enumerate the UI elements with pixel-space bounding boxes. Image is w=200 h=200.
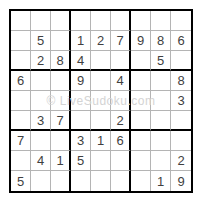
- sudoku-grid: 512798628456948337273164152519: [11, 11, 191, 191]
- sudoku-cell-r8c9[interactable]: 2: [171, 151, 191, 171]
- sudoku-cell-r7c3[interactable]: [51, 131, 71, 151]
- sudoku-cell-r2c1[interactable]: [11, 31, 31, 51]
- sudoku-cell-r1c9[interactable]: [171, 11, 191, 31]
- sudoku-cell-r3c3[interactable]: 8: [51, 51, 71, 71]
- sudoku-cell-r7c6[interactable]: 6: [111, 131, 131, 151]
- sudoku-cell-r8c8[interactable]: [151, 151, 171, 171]
- sudoku-cell-r8c7[interactable]: [131, 151, 151, 171]
- sudoku-cell-r6c4[interactable]: [71, 111, 91, 131]
- sudoku-cell-r8c2[interactable]: 4: [31, 151, 51, 171]
- sudoku-cell-r6c3[interactable]: 7: [51, 111, 71, 131]
- sudoku-cell-r6c8[interactable]: [151, 111, 171, 131]
- sudoku-cell-r2c6[interactable]: 7: [111, 31, 131, 51]
- sudoku-cell-r6c7[interactable]: [131, 111, 151, 131]
- sudoku-cell-r3c2[interactable]: 2: [31, 51, 51, 71]
- sudoku-cell-r8c1[interactable]: [11, 151, 31, 171]
- sudoku-cell-r2c5[interactable]: 2: [91, 31, 111, 51]
- sudoku-cell-r7c9[interactable]: [171, 131, 191, 151]
- sudoku-cell-r7c2[interactable]: [31, 131, 51, 151]
- sudoku-cell-r9c1[interactable]: 5: [11, 171, 31, 191]
- sudoku-cell-r2c4[interactable]: 1: [71, 31, 91, 51]
- sudoku-cell-r9c5[interactable]: [91, 171, 111, 191]
- sudoku-cell-r1c7[interactable]: [131, 11, 151, 31]
- sudoku-cell-r9c7[interactable]: [131, 171, 151, 191]
- sudoku-cell-r9c3[interactable]: [51, 171, 71, 191]
- sudoku-cell-r2c7[interactable]: 9: [131, 31, 151, 51]
- sudoku-cell-r9c6[interactable]: [111, 171, 131, 191]
- sudoku-cell-r6c9[interactable]: [171, 111, 191, 131]
- sudoku-cell-r8c6[interactable]: [111, 151, 131, 171]
- sudoku-cell-r5c5[interactable]: [91, 91, 111, 111]
- sudoku-cell-r8c3[interactable]: 1: [51, 151, 71, 171]
- sudoku-cell-r4c3[interactable]: [51, 71, 71, 91]
- sudoku-cell-r5c7[interactable]: [131, 91, 151, 111]
- sudoku-cell-r5c9[interactable]: 3: [171, 91, 191, 111]
- sudoku-cell-r3c6[interactable]: [111, 51, 131, 71]
- sudoku-cell-r8c5[interactable]: [91, 151, 111, 171]
- sudoku-cell-r3c8[interactable]: 5: [151, 51, 171, 71]
- sudoku-cell-r6c2[interactable]: 3: [31, 111, 51, 131]
- sudoku-cell-r1c6[interactable]: [111, 11, 131, 31]
- sudoku-cell-r3c9[interactable]: [171, 51, 191, 71]
- sudoku-cell-r5c4[interactable]: [71, 91, 91, 111]
- sudoku-cell-r4c5[interactable]: [91, 71, 111, 91]
- sudoku-board: 512798628456948337273164152519 © LiveSud…: [9, 9, 193, 193]
- sudoku-cell-r1c3[interactable]: [51, 11, 71, 31]
- sudoku-cell-r4c7[interactable]: [131, 71, 151, 91]
- sudoku-cell-r4c4[interactable]: 9: [71, 71, 91, 91]
- sudoku-cell-r3c4[interactable]: 4: [71, 51, 91, 71]
- sudoku-cell-r7c1[interactable]: 7: [11, 131, 31, 151]
- sudoku-cell-r2c3[interactable]: [51, 31, 71, 51]
- sudoku-cell-r5c2[interactable]: [31, 91, 51, 111]
- sudoku-cell-r5c8[interactable]: [151, 91, 171, 111]
- sudoku-cell-r1c4[interactable]: [71, 11, 91, 31]
- sudoku-cell-r1c8[interactable]: [151, 11, 171, 31]
- sudoku-cell-r4c1[interactable]: 6: [11, 71, 31, 91]
- sudoku-cell-r2c2[interactable]: 5: [31, 31, 51, 51]
- sudoku-cell-r6c5[interactable]: [91, 111, 111, 131]
- sudoku-cell-r4c6[interactable]: 4: [111, 71, 131, 91]
- sudoku-cell-r2c9[interactable]: 6: [171, 31, 191, 51]
- sudoku-cell-r6c6[interactable]: 2: [111, 111, 131, 131]
- sudoku-cell-r3c7[interactable]: [131, 51, 151, 71]
- sudoku-cell-r9c9[interactable]: 9: [171, 171, 191, 191]
- sudoku-cell-r4c9[interactable]: 8: [171, 71, 191, 91]
- sudoku-cell-r7c7[interactable]: [131, 131, 151, 151]
- sudoku-cell-r7c5[interactable]: 1: [91, 131, 111, 151]
- sudoku-cell-r7c8[interactable]: [151, 131, 171, 151]
- sudoku-cell-r9c8[interactable]: 1: [151, 171, 171, 191]
- sudoku-cell-r1c5[interactable]: [91, 11, 111, 31]
- sudoku-cell-r7c4[interactable]: 3: [71, 131, 91, 151]
- sudoku-cell-r5c6[interactable]: [111, 91, 131, 111]
- sudoku-cell-r9c4[interactable]: [71, 171, 91, 191]
- sudoku-cell-r5c3[interactable]: [51, 91, 71, 111]
- sudoku-cell-r4c8[interactable]: [151, 71, 171, 91]
- sudoku-cell-r6c1[interactable]: [11, 111, 31, 131]
- sudoku-cell-r3c5[interactable]: [91, 51, 111, 71]
- sudoku-cell-r3c1[interactable]: [11, 51, 31, 71]
- sudoku-cell-r5c1[interactable]: [11, 91, 31, 111]
- sudoku-cell-r1c1[interactable]: [11, 11, 31, 31]
- sudoku-cell-r1c2[interactable]: [31, 11, 51, 31]
- sudoku-cell-r8c4[interactable]: 5: [71, 151, 91, 171]
- sudoku-cell-r9c2[interactable]: [31, 171, 51, 191]
- sudoku-cell-r4c2[interactable]: [31, 71, 51, 91]
- sudoku-cell-r2c8[interactable]: 8: [151, 31, 171, 51]
